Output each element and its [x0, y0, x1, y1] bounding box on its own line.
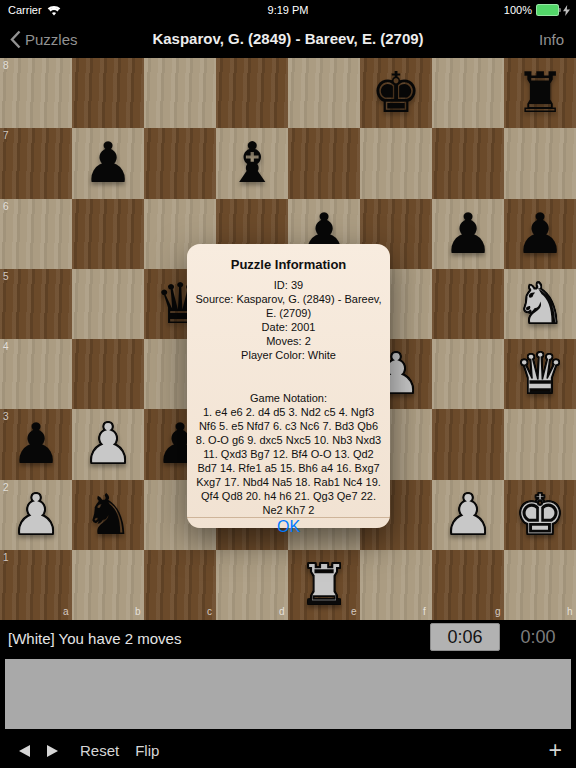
square-h5[interactable]: ♞: [504, 269, 576, 339]
white-rook[interactable]: ♜: [299, 557, 349, 613]
file-label-f: f: [423, 606, 426, 617]
square-b3[interactable]: ♟: [72, 409, 144, 479]
file-label-h: h: [567, 606, 573, 617]
dialog-info-line: Source: Kasparov, G. (2849) - Bareev, E.…: [195, 292, 382, 320]
rank-label-5: 5: [3, 271, 9, 282]
info-button-label: Info: [539, 31, 564, 48]
white-knight[interactable]: ♞: [515, 276, 565, 332]
square-f8[interactable]: ♚: [360, 58, 432, 128]
square-h2[interactable]: ♚: [504, 480, 576, 550]
add-button[interactable]: +: [549, 739, 562, 762]
square-d7[interactable]: ♝: [216, 128, 288, 198]
move-status-message: [White] You have 2 moves: [8, 620, 181, 656]
square-a7[interactable]: [0, 128, 72, 198]
battery-percent-label: 100%: [504, 4, 532, 16]
black-bishop[interactable]: ♝: [227, 135, 277, 191]
dialog-body: Puzzle Information ID: 39Source: Kasparo…: [187, 244, 390, 517]
file-label-e: e: [351, 606, 357, 617]
square-a6[interactable]: [0, 199, 72, 269]
clock-time: 9:19 PM: [0, 0, 576, 20]
file-label-b: b: [135, 606, 141, 617]
square-g2[interactable]: ♟: [432, 480, 504, 550]
ok-button-label: OK: [277, 518, 300, 536]
reset-button[interactable]: Reset: [80, 742, 119, 759]
charging-bolt-icon: [563, 5, 570, 16]
square-e7[interactable]: [288, 128, 360, 198]
black-pawn[interactable]: ♟: [515, 206, 565, 262]
square-h3[interactable]: [504, 409, 576, 479]
notation-label: Game Notation:: [195, 391, 382, 405]
square-f7[interactable]: [360, 128, 432, 198]
square-g8[interactable]: [432, 58, 504, 128]
square-g4[interactable]: [432, 339, 504, 409]
white-pawn[interactable]: ♟: [443, 487, 493, 543]
file-label-d: d: [279, 606, 285, 617]
chess-puzzle-app: Carrier 9:19 PM 100% Kasparov, G. (2849)…: [0, 0, 576, 768]
secondary-timer: 0:00: [511, 623, 565, 651]
square-h4[interactable]: ♛: [504, 339, 576, 409]
flip-button[interactable]: Flip: [135, 742, 159, 759]
square-g7[interactable]: [432, 128, 504, 198]
black-pawn[interactable]: ♟: [83, 135, 133, 191]
square-b5[interactable]: [72, 269, 144, 339]
square-g1[interactable]: [432, 550, 504, 620]
active-timer: 0:06: [430, 623, 500, 651]
game-notation-text: 1. e4 e6 2. d4 d5 3. Nd2 c5 4. Ngf3 Nf6 …: [195, 405, 382, 517]
square-g3[interactable]: [432, 409, 504, 479]
white-queen[interactable]: ♛: [515, 346, 565, 402]
square-h7[interactable]: [504, 128, 576, 198]
square-h6[interactable]: ♟: [504, 199, 576, 269]
move-list-panel[interactable]: [5, 659, 571, 729]
file-label-a: a: [63, 606, 69, 617]
dialog-title: Puzzle Information: [195, 257, 382, 272]
rank-label-4: 4: [3, 341, 9, 352]
square-d8[interactable]: [216, 58, 288, 128]
rank-label-3: 3: [3, 411, 9, 422]
square-a8[interactable]: [0, 58, 72, 128]
dialog-info-lines: ID: 39Source: Kasparov, G. (2849) - Bare…: [195, 278, 382, 362]
rank-label-7: 7: [3, 130, 9, 141]
back-button-label: Puzzles: [25, 31, 78, 48]
square-a1[interactable]: [0, 550, 72, 620]
puzzle-information-dialog: Puzzle Information ID: 39Source: Kasparo…: [187, 244, 390, 528]
square-b6[interactable]: [72, 199, 144, 269]
square-b2[interactable]: ♞: [72, 480, 144, 550]
rank-label-1: 1: [3, 552, 9, 563]
ok-button[interactable]: OK: [187, 517, 390, 536]
white-king[interactable]: ♚: [515, 487, 565, 543]
square-g6[interactable]: ♟: [432, 199, 504, 269]
square-a5[interactable]: [0, 269, 72, 339]
dialog-info-line: Date: 2001: [195, 320, 382, 334]
back-button[interactable]: Puzzles: [10, 20, 78, 58]
black-pawn[interactable]: ♟: [11, 416, 61, 472]
battery-icon: [536, 4, 559, 16]
chevron-left-icon: [10, 30, 21, 49]
dialog-info-line: Moves: 2: [195, 334, 382, 348]
square-b7[interactable]: ♟: [72, 128, 144, 198]
file-label-g: g: [495, 606, 501, 617]
square-g5[interactable]: [432, 269, 504, 339]
dialog-info-line: Player Color: White: [195, 348, 382, 362]
page-title: Kasparov, G. (2849) - Bareev, E. (2709): [0, 20, 576, 58]
black-pawn[interactable]: ♟: [443, 206, 493, 262]
black-king[interactable]: ♚: [371, 65, 421, 121]
square-b8[interactable]: [72, 58, 144, 128]
square-a4[interactable]: [0, 339, 72, 409]
dialog-info-line: ID: 39: [195, 278, 382, 292]
square-f1[interactable]: [360, 550, 432, 620]
next-move-button[interactable]: [47, 745, 58, 757]
rank-label-2: 2: [3, 482, 9, 493]
square-h8[interactable]: ♜: [504, 58, 576, 128]
square-e8[interactable]: [288, 58, 360, 128]
move-status-row: [White] You have 2 moves 0:06 0:00: [0, 620, 576, 658]
square-h1[interactable]: [504, 550, 576, 620]
status-bar: Carrier 9:19 PM 100%: [0, 0, 576, 20]
bottom-toolbar: Reset Flip +: [0, 733, 576, 768]
square-b1[interactable]: [72, 550, 144, 620]
square-c7[interactable]: [144, 128, 216, 198]
white-pawn[interactable]: ♟: [11, 487, 61, 543]
square-d1[interactable]: [216, 550, 288, 620]
file-label-c: c: [207, 606, 212, 617]
black-rook[interactable]: ♜: [515, 65, 565, 121]
white-pawn[interactable]: ♟: [83, 416, 133, 472]
previous-move-button[interactable]: [19, 745, 30, 757]
square-b4[interactable]: [72, 339, 144, 409]
rank-label-6: 6: [3, 201, 9, 212]
nav-bar: Kasparov, G. (2849) - Bareev, E. (2709) …: [0, 20, 576, 58]
rank-label-8: 8: [3, 60, 9, 71]
square-e1[interactable]: ♜: [288, 550, 360, 620]
square-c1[interactable]: [144, 550, 216, 620]
info-button[interactable]: Info: [539, 20, 564, 58]
square-a2[interactable]: ♟: [0, 480, 72, 550]
square-a3[interactable]: ♟: [0, 409, 72, 479]
square-c8[interactable]: [144, 58, 216, 128]
black-knight[interactable]: ♞: [83, 487, 133, 543]
